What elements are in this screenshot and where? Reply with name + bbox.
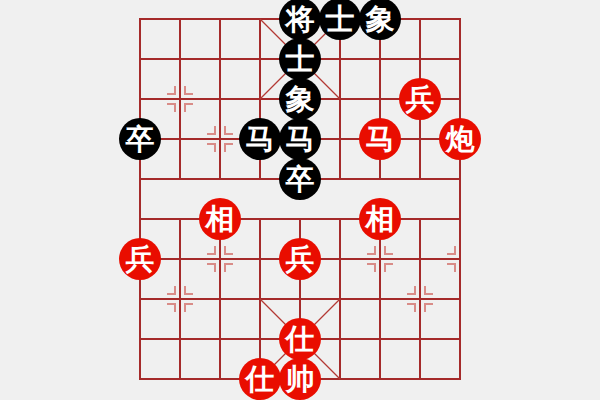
piece-black-elephant[interactable]: 象 bbox=[359, 0, 401, 40]
piece-black-horse[interactable]: 马 bbox=[239, 118, 281, 160]
piece-red-cannon[interactable]: 炮 bbox=[439, 118, 481, 160]
xiangqi-board[interactable]: 将士象士象兵卒马马马炮卒相相兵兵仕仕帅 bbox=[120, 0, 480, 399]
piece-red-general[interactable]: 帅 bbox=[279, 358, 321, 400]
piece-red-soldier[interactable]: 兵 bbox=[399, 78, 441, 120]
piece-red-advisor[interactable]: 仕 bbox=[239, 358, 281, 400]
piece-black-elephant[interactable]: 象 bbox=[279, 78, 321, 120]
piece-red-elephant[interactable]: 相 bbox=[199, 198, 241, 240]
piece-red-advisor[interactable]: 仕 bbox=[279, 318, 321, 360]
piece-red-horse[interactable]: 马 bbox=[359, 118, 401, 160]
piece-black-soldier[interactable]: 卒 bbox=[279, 158, 321, 200]
piece-black-advisor[interactable]: 士 bbox=[279, 38, 321, 80]
piece-black-advisor[interactable]: 士 bbox=[319, 0, 361, 40]
piece-red-elephant[interactable]: 相 bbox=[359, 198, 401, 240]
piece-black-soldier[interactable]: 卒 bbox=[119, 118, 161, 160]
piece-black-horse[interactable]: 马 bbox=[279, 118, 321, 160]
piece-red-soldier[interactable]: 兵 bbox=[119, 238, 161, 280]
piece-black-general[interactable]: 将 bbox=[279, 0, 321, 40]
app-background: 将士象士象兵卒马马马炮卒相相兵兵仕仕帅 bbox=[0, 0, 600, 400]
piece-red-soldier[interactable]: 兵 bbox=[279, 238, 321, 280]
